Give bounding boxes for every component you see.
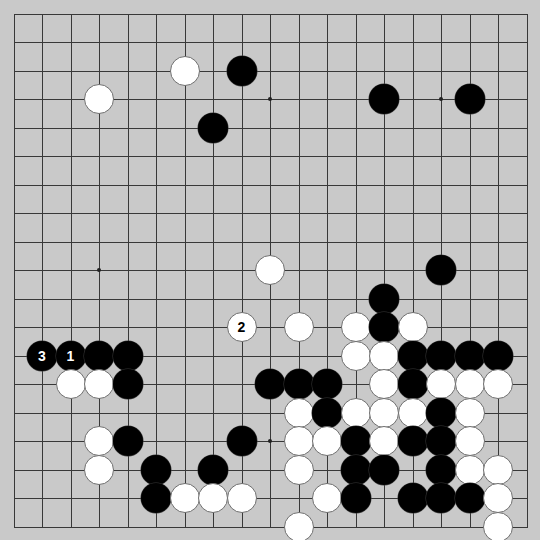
stone-black [455, 84, 485, 114]
stone-black [398, 369, 428, 399]
stone-white [398, 398, 428, 428]
stone-white [284, 455, 314, 485]
stone-black [455, 483, 485, 513]
stone-white [455, 398, 485, 428]
stone-black [113, 341, 143, 371]
stone-black [198, 455, 228, 485]
stone-black [426, 455, 456, 485]
stone-black [113, 369, 143, 399]
stone-black [426, 483, 456, 513]
stone-black [255, 369, 285, 399]
board-stones-grid: 231 [0, 0, 540, 540]
stone-white [284, 398, 314, 428]
stone-black [369, 455, 399, 485]
stone-black [426, 426, 456, 456]
stone-black [341, 426, 371, 456]
stone-white [84, 455, 114, 485]
stone-black [227, 426, 257, 456]
move-1-stone-black: 1 [56, 341, 86, 371]
stone-black [84, 341, 114, 371]
stone-white [170, 483, 200, 513]
stone-white [455, 369, 485, 399]
stone-black [369, 284, 399, 314]
move-2-stone-white: 2 [227, 312, 257, 342]
stone-white [170, 56, 200, 86]
stone-white [56, 369, 86, 399]
go-board: 231 [0, 0, 540, 540]
stone-black [398, 341, 428, 371]
stone-black [312, 398, 342, 428]
stone-white [483, 512, 513, 540]
stone-black [426, 341, 456, 371]
stone-white [369, 341, 399, 371]
stone-white [341, 341, 371, 371]
stone-black [312, 369, 342, 399]
stone-white [312, 426, 342, 456]
stone-white [312, 483, 342, 513]
stone-white [341, 398, 371, 428]
stone-white [284, 312, 314, 342]
stone-white [284, 512, 314, 540]
stone-white [84, 426, 114, 456]
stone-black [483, 341, 513, 371]
stone-black [141, 483, 171, 513]
stone-white [84, 84, 114, 114]
stone-white [284, 426, 314, 456]
stone-white [369, 398, 399, 428]
stone-black [198, 113, 228, 143]
stone-white [341, 312, 371, 342]
stone-white [198, 483, 228, 513]
stone-black [141, 455, 171, 485]
stone-black [426, 255, 456, 285]
stone-black [455, 341, 485, 371]
stone-white [255, 255, 285, 285]
stone-black [369, 312, 399, 342]
stone-black [227, 56, 257, 86]
stone-black [284, 369, 314, 399]
stone-black [341, 455, 371, 485]
stone-black [113, 426, 143, 456]
stone-black [341, 483, 371, 513]
stone-white [455, 455, 485, 485]
stone-white [369, 426, 399, 456]
stone-white [84, 369, 114, 399]
stone-white [426, 369, 456, 399]
stone-white [483, 455, 513, 485]
stone-white [369, 369, 399, 399]
stone-white [483, 369, 513, 399]
stone-black [426, 398, 456, 428]
stone-black [398, 483, 428, 513]
stone-white [483, 483, 513, 513]
stone-black [398, 426, 428, 456]
stone-black [369, 84, 399, 114]
stone-white [398, 312, 428, 342]
stone-white [227, 483, 257, 513]
stone-white [455, 426, 485, 456]
move-3-stone-black: 3 [27, 341, 57, 371]
